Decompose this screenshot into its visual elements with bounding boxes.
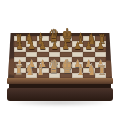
piece-c1-bishop[interactable]: ♝ xyxy=(36,61,45,77)
piece-a7-pawn[interactable]: ♟ xyxy=(15,41,25,51)
piece-d7-pawn[interactable]: ♟ xyxy=(49,41,59,51)
piece-a1-rook[interactable]: ♜ xyxy=(15,64,23,77)
piece-d1-queen[interactable]: ♛ xyxy=(48,59,58,77)
piece-g1-knight[interactable]: ♞ xyxy=(87,62,96,77)
piece-e1-king[interactable]: ♚ xyxy=(62,58,73,77)
rank7-brass-pawns: ♟ ♟ ♟ ♟ ♟ ♟ ♟ ♟ xyxy=(14,41,106,51)
piece-b1-knight[interactable]: ♞ xyxy=(25,62,34,77)
piece-h1-rook[interactable]: ♜ xyxy=(99,64,107,77)
piece-e7-pawn[interactable]: ♟ xyxy=(61,41,71,51)
piece-f7-pawn[interactable]: ♟ xyxy=(72,41,82,51)
piece-c7-pawn[interactable]: ♟ xyxy=(38,41,48,51)
chess-set-photo: ♜ ♞ ♝ ♛ ♚ ♝ ♞ ♜ ♟ ♟ ♟ ♟ ♟ ♟ ♟ ♟ ♟ ♟ ♟ ♟ … xyxy=(0,0,120,120)
piece-b7-pawn[interactable]: ♟ xyxy=(26,41,36,51)
chess-box-base xyxy=(7,88,113,101)
piece-f1-bishop[interactable]: ♝ xyxy=(76,61,85,77)
chess-box-near-bevel xyxy=(7,78,113,84)
piece-h7-pawn[interactable]: ♟ xyxy=(95,41,105,51)
chess-box-gap xyxy=(9,84,111,88)
piece-g7-pawn[interactable]: ♟ xyxy=(84,41,94,51)
rank1-silver-majors: ♜ ♞ ♝ ♛ ♚ ♝ ♞ ♜ xyxy=(14,61,106,77)
